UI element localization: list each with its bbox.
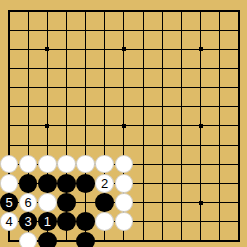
white-stone <box>76 155 95 174</box>
black-stone <box>57 212 76 231</box>
star-point <box>199 124 203 128</box>
white-stone-move-2: 2 <box>95 174 114 193</box>
go-board-diagram: 256431 <box>0 0 247 247</box>
black-stone <box>57 193 76 212</box>
black-stone-move-5: 5 <box>0 193 18 212</box>
black-stone <box>38 232 57 247</box>
black-stone <box>95 193 114 212</box>
white-stone <box>0 174 18 193</box>
move-number-label: 4 <box>5 215 12 228</box>
grid-line-horizontal <box>8 145 240 146</box>
grid-line-vertical <box>238 10 240 242</box>
white-stone <box>19 155 38 174</box>
white-stone <box>38 155 57 174</box>
grid-line-vertical <box>181 10 182 242</box>
black-stone <box>38 174 57 193</box>
move-number-label: 3 <box>25 215 32 228</box>
white-stone-move-4: 4 <box>0 212 18 231</box>
grid-line-vertical <box>162 10 163 242</box>
star-point <box>199 47 203 51</box>
white-stone <box>19 232 38 247</box>
white-stone <box>57 155 76 174</box>
star-point <box>122 47 126 51</box>
star-point <box>45 124 49 128</box>
move-number-label: 5 <box>5 196 12 209</box>
white-stone <box>115 212 134 231</box>
white-stone <box>38 193 57 212</box>
grid-line-vertical <box>143 10 144 242</box>
black-stone-move-3: 3 <box>19 212 38 231</box>
black-stone <box>76 212 95 231</box>
black-stone-move-1: 1 <box>38 212 57 231</box>
white-stone-move-6: 6 <box>19 193 38 212</box>
white-stone <box>0 155 18 174</box>
white-stone <box>95 212 114 231</box>
star-point <box>122 124 126 128</box>
go-board[interactable]: 256431 <box>0 0 247 247</box>
grid-line-vertical <box>219 10 220 242</box>
white-stone <box>115 155 134 174</box>
white-stone <box>115 174 134 193</box>
move-number-label: 2 <box>101 177 108 190</box>
star-point <box>45 47 49 51</box>
black-stone <box>76 232 95 247</box>
white-stone <box>115 193 134 212</box>
black-stone <box>19 174 38 193</box>
black-stone <box>57 174 76 193</box>
white-stone <box>95 155 114 174</box>
move-number-label: 6 <box>25 196 32 209</box>
move-number-label: 1 <box>44 215 51 228</box>
star-point <box>199 201 203 205</box>
black-stone <box>76 174 95 193</box>
